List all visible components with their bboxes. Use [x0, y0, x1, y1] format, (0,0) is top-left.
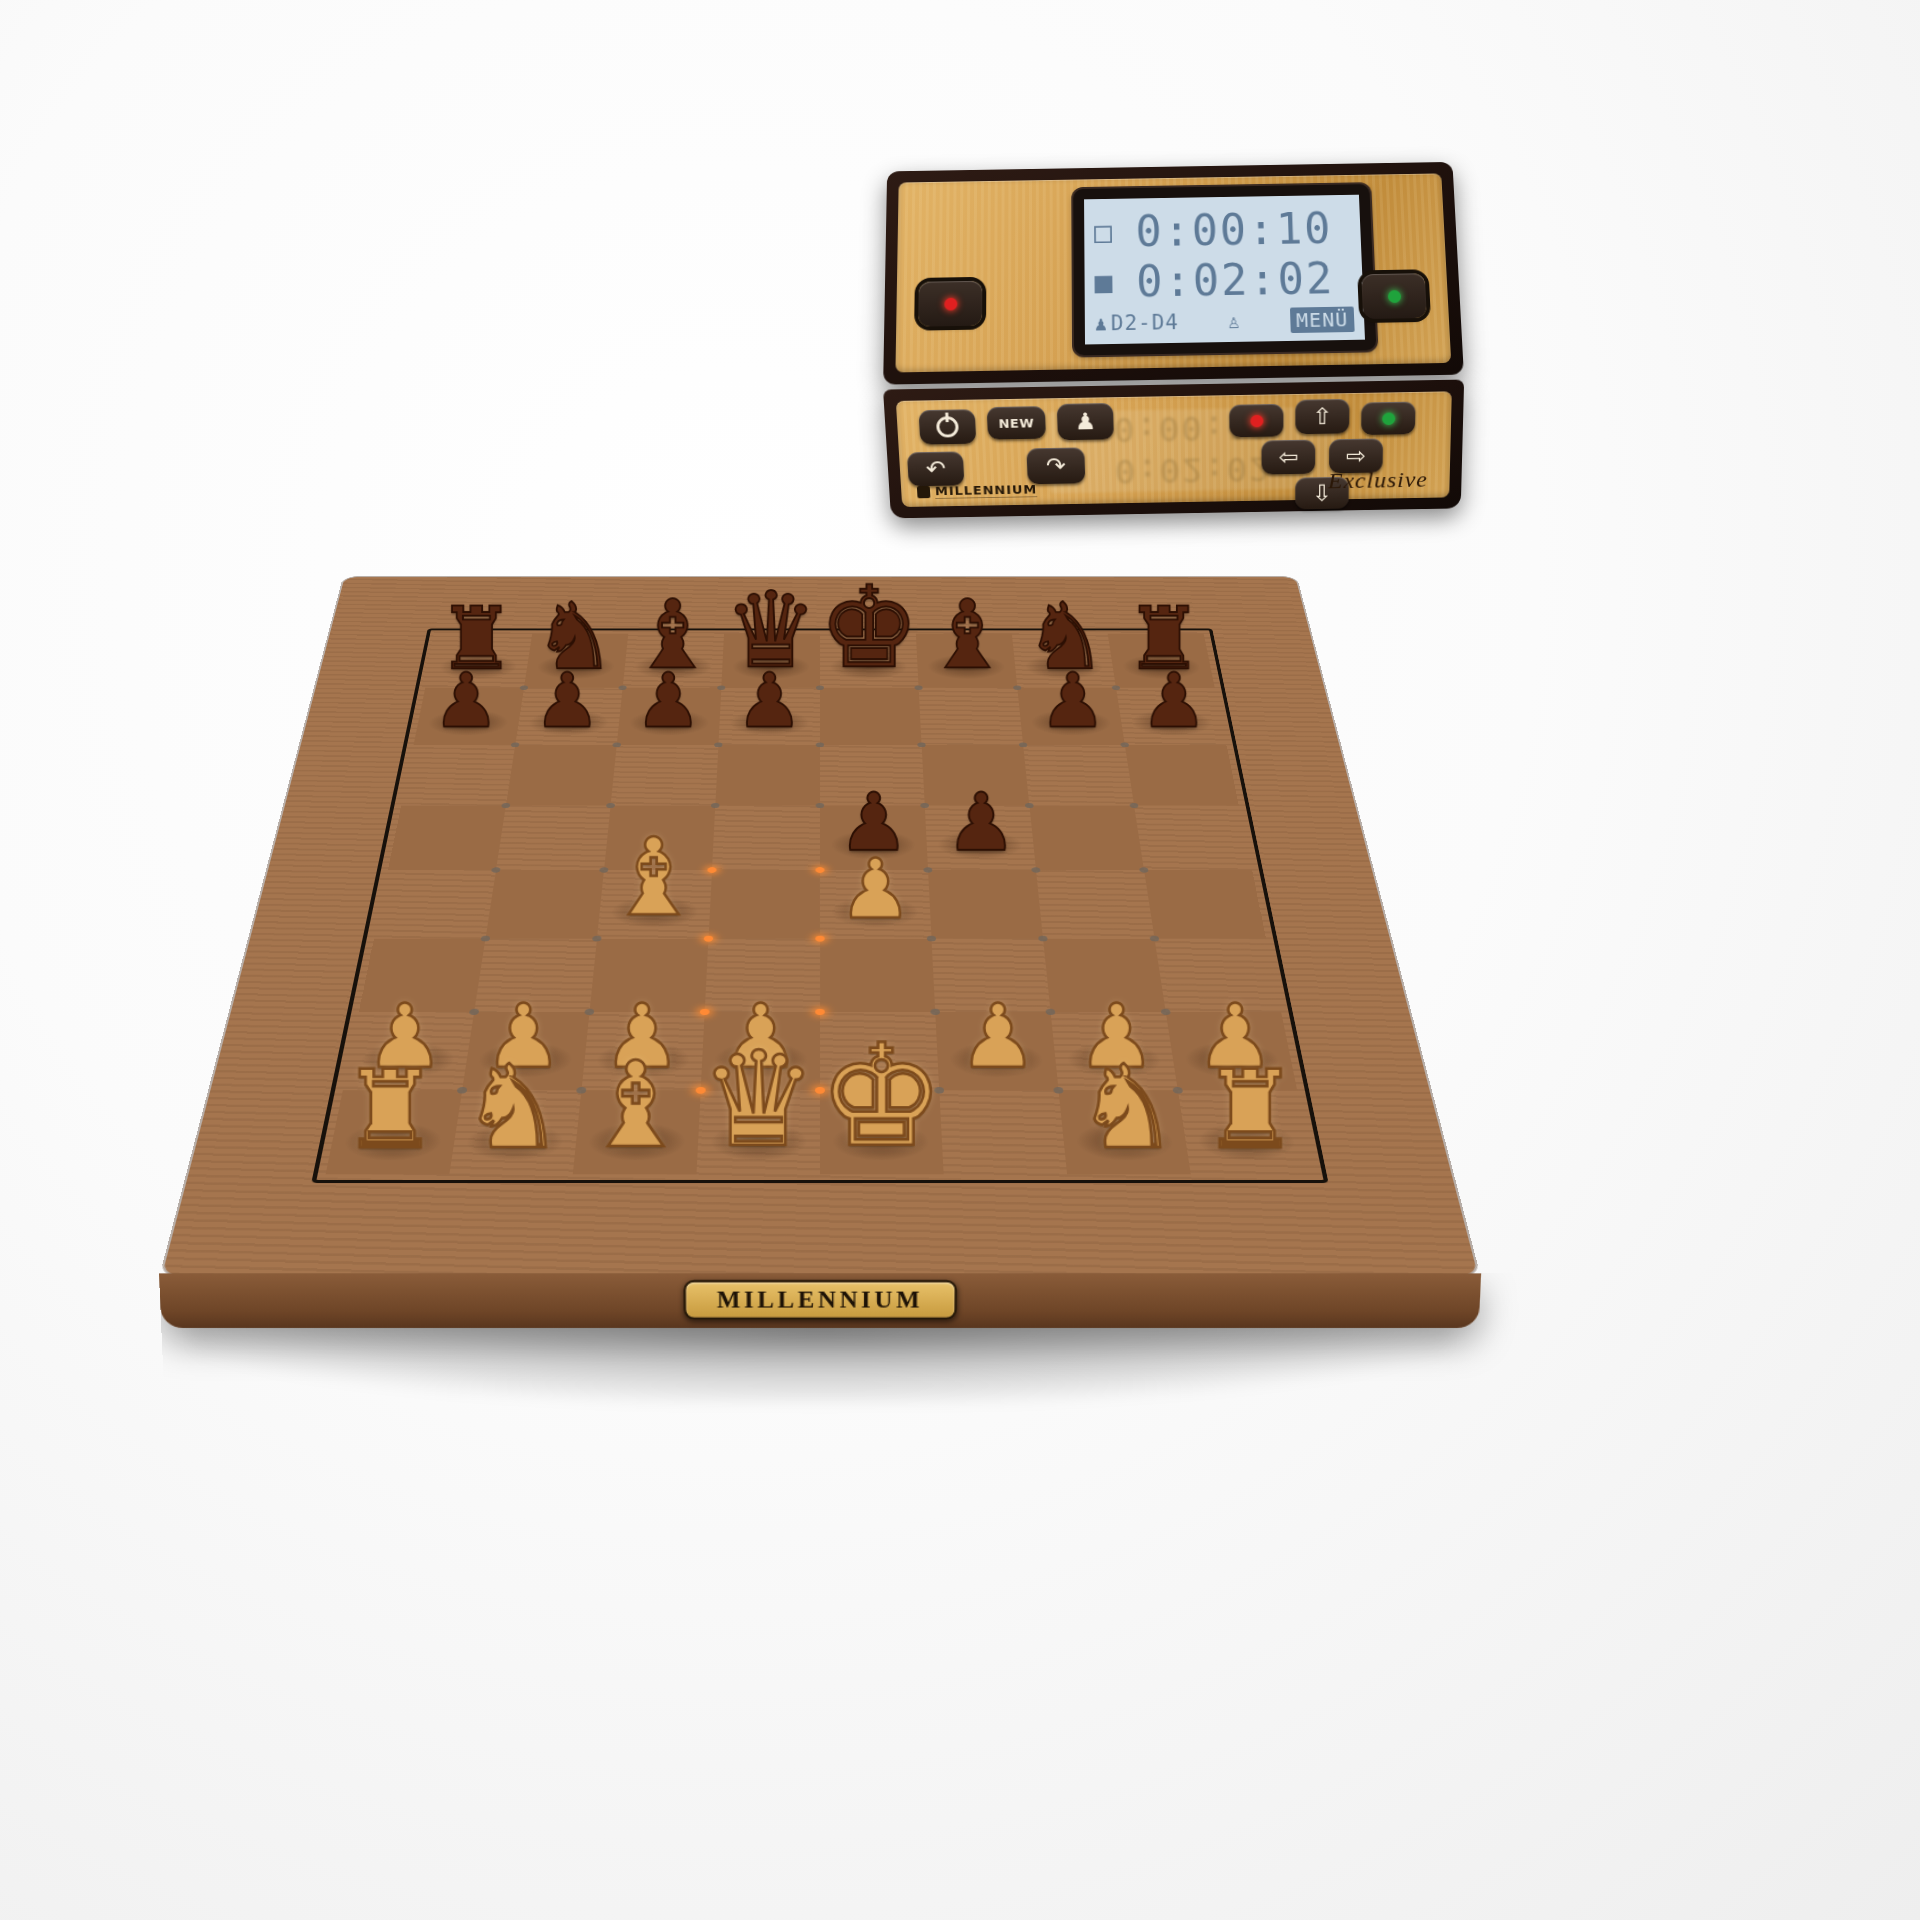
arrow-right-icon: ⇨	[1346, 442, 1366, 469]
black-pawn-b7[interactable]: ♟	[534, 667, 601, 736]
red-dot-icon	[1250, 414, 1263, 427]
series-label: Exclusive	[1328, 467, 1428, 494]
brand-text: MILLENNIUM	[935, 482, 1038, 499]
square-h6[interactable]	[1125, 745, 1239, 806]
redo-button[interactable]: ↷	[1026, 447, 1085, 484]
square-b6[interactable]	[506, 745, 617, 806]
white-king-e1[interactable]: ♚	[818, 1031, 944, 1161]
new-button[interactable]: NEW	[987, 406, 1046, 439]
square-c6[interactable]	[611, 745, 719, 806]
square-a6[interactable]	[401, 745, 515, 806]
square-a4[interactable]	[374, 870, 496, 939]
square-b4[interactable]	[485, 870, 604, 939]
menu-softkey[interactable]: MENÜ	[1290, 307, 1355, 334]
square-g6[interactable]	[1023, 745, 1134, 806]
square-b7[interactable]: ♟	[515, 688, 622, 745]
square-a1[interactable]: ♜	[326, 1090, 462, 1174]
white-bishop-c4[interactable]: ♝	[606, 829, 702, 927]
green-led-button[interactable]	[1361, 402, 1415, 435]
square-corner-dot	[1120, 742, 1129, 747]
left-button[interactable]: ⇦	[1261, 440, 1315, 475]
square-f1[interactable]	[939, 1090, 1067, 1174]
red-led-icon	[944, 297, 957, 310]
board-frame: ♜♞♝♛♚♝♞♜♟♟♟♟♟♟♟♟♝♟♟♟♟♟♟♟♟♜♞♝♛♚♞♜ MILLENN…	[162, 577, 1478, 1275]
black-pawn-f5[interactable]: ♟	[946, 786, 1017, 859]
square-c1[interactable]: ♝	[573, 1090, 701, 1174]
white-clock-time: 0:00:10	[1135, 203, 1333, 255]
square-f8[interactable]: ♝	[916, 634, 1017, 688]
square-b1[interactable]: ♞	[449, 1090, 581, 1174]
square-f5[interactable]: ♟	[925, 806, 1036, 870]
square-h5[interactable]	[1134, 806, 1252, 870]
square-corner-dot	[816, 803, 825, 808]
up-button[interactable]: ⇧	[1295, 399, 1349, 434]
black-pawn-a7[interactable]: ♟	[433, 667, 500, 736]
square-corner-dot	[1129, 803, 1139, 808]
red-led-button[interactable]	[1229, 404, 1283, 437]
square-a5[interactable]	[388, 806, 506, 870]
black-clock-icon: ■	[1094, 264, 1136, 299]
redo-icon: ↷	[1045, 452, 1066, 479]
square-f2[interactable]: ♟	[935, 1012, 1058, 1090]
millennium-logo-icon	[917, 485, 931, 497]
square-g7[interactable]: ♟	[1017, 688, 1124, 745]
keypad-brand: MILLENNIUM	[917, 482, 1038, 499]
black-clock-row: ■ 0:02:02	[1094, 252, 1353, 307]
arrow-up-icon: ⇧	[1312, 403, 1332, 430]
square-h1[interactable]: ♜	[1178, 1090, 1314, 1174]
square-corner-dot	[917, 742, 926, 747]
lcd-status-row: ♟ D2-D4 ♙ MENÜ	[1095, 303, 1355, 341]
pawn-button[interactable]: ♟	[1057, 403, 1114, 440]
arrow-left-icon: ⇦	[1278, 444, 1298, 471]
new-label: NEW	[998, 415, 1034, 430]
square-d5[interactable]	[712, 806, 820, 870]
board-squares: ♜♞♝♛♚♝♞♜♟♟♟♟♟♟♟♟♝♟♟♟♟♟♟♟♟♜♞♝♛♚♞♜	[326, 634, 1315, 1175]
chess-computer-unit: □ 0:00:10 ■ 0:02:02 ♟ D2-D4 ♙ MENÜ	[880, 162, 1471, 528]
square-d4[interactable]	[708, 870, 820, 939]
square-f7[interactable]	[919, 688, 1024, 745]
square-e1[interactable]: ♚	[820, 1090, 944, 1174]
white-knight-g1[interactable]: ♞	[1076, 1055, 1179, 1161]
square-e4[interactable]: ♟	[820, 870, 932, 939]
square-corner-dot	[1161, 1009, 1172, 1015]
square-f4[interactable]	[928, 870, 1043, 939]
square-g5[interactable]	[1029, 806, 1144, 870]
black-pawn-h7[interactable]: ♟	[1140, 667, 1207, 736]
black-king-e8[interactable]: ♚	[819, 575, 920, 679]
square-corner-dot	[1025, 803, 1034, 808]
black-move-button[interactable]	[1361, 273, 1427, 319]
square-h7[interactable]: ♟	[1116, 688, 1226, 745]
white-pawn-e4[interactable]: ♟	[839, 852, 913, 928]
keypad-faceplate: 0:02:02 0:00:10 NEW♟↶↷⇧⇦⇨⇩ MILLENNIUM Ex…	[896, 391, 1452, 507]
power-button[interactable]	[918, 409, 976, 444]
white-rook-h1[interactable]: ♜	[1202, 1061, 1299, 1160]
green-led-icon	[1387, 290, 1400, 303]
pawn-icon: ♟	[1074, 408, 1096, 435]
white-bishop-c1[interactable]: ♝	[583, 1052, 689, 1161]
square-c7[interactable]: ♟	[617, 688, 722, 745]
black-pawn-g7[interactable]: ♟	[1039, 667, 1106, 736]
black-pawn-d7[interactable]: ♟	[736, 667, 803, 736]
move-text: D2-D4	[1111, 310, 1179, 335]
white-clock-row: □ 0:00:10	[1094, 202, 1352, 256]
lcd-screen: □ 0:00:10 ■ 0:02:02 ♟ D2-D4 ♙ MENÜ	[1073, 184, 1376, 355]
playing-area: ♜♞♝♛♚♝♞♜♟♟♟♟♟♟♟♟♝♟♟♟♟♟♟♟♟♜♞♝♛♚♞♜	[326, 634, 1315, 1175]
undo-button[interactable]: ↶	[907, 451, 965, 486]
white-rook-a1[interactable]: ♜	[341, 1061, 438, 1160]
square-corner-dot	[1019, 742, 1028, 747]
green-dot-icon	[1382, 412, 1395, 425]
square-corner-dot	[920, 803, 929, 808]
square-e7[interactable]	[820, 688, 922, 745]
square-h4[interactable]	[1144, 870, 1266, 939]
black-clock-time: 0:02:02	[1136, 253, 1335, 306]
square-d1[interactable]: ♛	[696, 1090, 820, 1174]
white-clock-icon: □	[1094, 214, 1136, 248]
square-d7[interactable]: ♟	[718, 688, 820, 745]
power-icon	[936, 416, 959, 437]
square-corner-dot	[1045, 1009, 1055, 1015]
black-pawn-c7[interactable]: ♟	[635, 667, 702, 736]
square-corner-dot	[1053, 1087, 1064, 1094]
white-knight-b1[interactable]: ♞	[461, 1055, 564, 1161]
square-e8[interactable]: ♚	[820, 634, 919, 688]
display-faceplate: □ 0:00:10 ■ 0:02:02 ♟ D2-D4 ♙ MENÜ	[895, 173, 1451, 372]
square-d6[interactable]	[715, 745, 820, 806]
square-e3[interactable]	[820, 939, 935, 1012]
square-b5[interactable]	[496, 806, 611, 870]
undo-icon: ↶	[925, 455, 946, 482]
brand-nameplate: MILLENNIUM	[683, 1280, 956, 1320]
square-corner-dot	[816, 742, 824, 747]
move-pawn-icon: ♟	[1095, 312, 1108, 336]
announced-move: ♟ D2-D4	[1095, 310, 1179, 335]
square-g4[interactable]	[1036, 870, 1155, 939]
square-a7[interactable]: ♟	[414, 688, 524, 745]
square-c4[interactable]: ♝	[597, 870, 712, 939]
status-pawn-icon: ♙	[1228, 309, 1242, 333]
square-g1[interactable]: ♞	[1059, 1090, 1191, 1174]
display-panel: □ 0:00:10 ■ 0:02:02 ♟ D2-D4 ♙ MENÜ	[883, 162, 1464, 385]
board-front-edge: MILLENNIUM	[159, 1273, 1481, 1328]
black-bishop-f8[interactable]: ♝	[925, 592, 1010, 679]
white-queen-d1[interactable]: ♛	[700, 1040, 817, 1160]
white-pawn-f2[interactable]: ♟	[959, 997, 1038, 1078]
keypad-panel: 0:02:02 0:00:10 NEW♟↶↷⇧⇦⇨⇩ MILLENNIUM Ex…	[883, 380, 1464, 519]
white-move-button[interactable]	[918, 281, 982, 327]
